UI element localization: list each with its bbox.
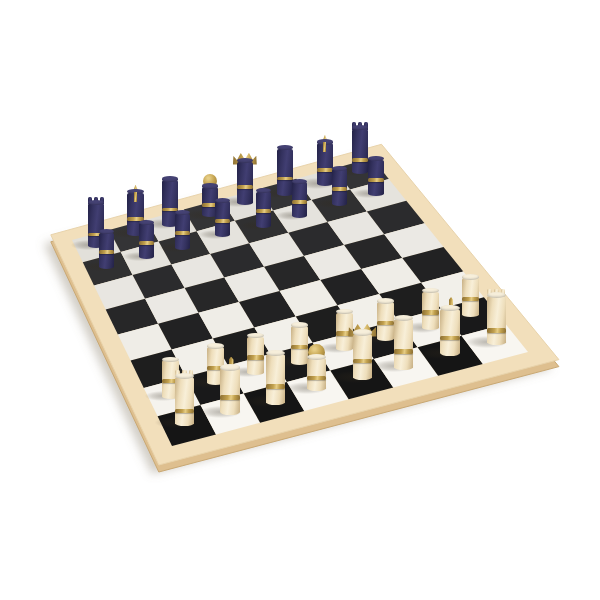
gold-front-strip [323, 142, 326, 152]
cylinder-body [332, 168, 347, 205]
cylinder-top [99, 229, 114, 234]
gold-ring [220, 395, 239, 400]
piece-black-pawn-h7 [364, 159, 388, 196]
cylinder-top [215, 198, 230, 203]
cylinder-top [162, 357, 179, 362]
cylinder-top [292, 179, 307, 184]
gold-ring [353, 359, 372, 364]
gold-ring [368, 178, 383, 182]
cylinder-top [336, 309, 353, 314]
gold-ring [139, 241, 154, 245]
piece-black-pawn-a7 [94, 232, 118, 269]
cylinder-top [237, 158, 253, 163]
piece-white-knight-b1 [215, 357, 246, 416]
gold-ring [440, 336, 460, 341]
cylinder-top [368, 156, 383, 161]
cylinder-top [353, 329, 372, 335]
gold-ring [175, 231, 190, 235]
cylinder-top [88, 200, 104, 205]
cylinder-top [332, 166, 347, 171]
piece-black-pawn-f7 [287, 181, 311, 218]
piece-white-knight-g1 [434, 297, 465, 356]
cylinder-top [175, 210, 190, 215]
piece-white-rook-h1 [481, 289, 512, 345]
gold-ring [99, 250, 114, 254]
cylinder-top [266, 350, 285, 356]
piece-white-rook-a1 [169, 370, 200, 426]
piece-black-pawn-b7 [135, 222, 159, 259]
cylinder-body [440, 308, 460, 356]
gold-ring [215, 219, 230, 223]
gold-ring [237, 185, 253, 189]
gold-ring [332, 187, 347, 191]
cylinder-top [291, 322, 308, 327]
cylinder-body [99, 232, 114, 269]
cylinder-body [353, 333, 372, 381]
gold-ring [307, 376, 326, 381]
cylinder-top [277, 145, 293, 150]
cylinder-top [422, 288, 439, 293]
cylinder-top [175, 373, 194, 379]
gold-ring [256, 209, 271, 213]
gold-ring [487, 328, 507, 333]
cylinder-top [352, 125, 369, 130]
cylinder-body [220, 367, 239, 415]
piece-black-pawn-c7 [170, 213, 194, 250]
pieces-layer [0, 0, 600, 600]
gold-ring [277, 177, 293, 181]
cylinder-top [377, 298, 394, 303]
piece-white-king-e1 [347, 324, 378, 381]
cylinder-top [207, 343, 224, 348]
cylinder-top [247, 333, 264, 338]
gold-ring [266, 384, 285, 389]
gold-ring [175, 409, 194, 414]
cylinder-body [139, 222, 154, 259]
cylinder-top [139, 220, 154, 225]
cylinder-top [462, 274, 479, 279]
gold-ring [292, 200, 307, 204]
cylinder-top [162, 176, 178, 181]
cylinder-body [175, 213, 190, 250]
piece-black-pawn-e7 [251, 191, 275, 228]
gold-front-strip [134, 192, 137, 202]
gold-ring [394, 349, 413, 354]
piece-black-pawn-d7 [211, 200, 235, 237]
piece-black-pawn-g7 [328, 168, 352, 205]
cylinder-top [256, 188, 271, 193]
cylinder-top [307, 354, 326, 360]
cylinder-top [487, 292, 507, 298]
cylinder-body [487, 295, 507, 345]
cylinder-body [175, 376, 194, 426]
cylinder-top [394, 315, 413, 321]
piece-white-bishop-c1 [260, 353, 291, 405]
cylinder-body [368, 159, 383, 196]
cylinder-top [220, 364, 239, 370]
cylinder-body [307, 357, 326, 391]
cylinder-top [440, 305, 460, 311]
cylinder-body [256, 191, 271, 228]
cylinder-body [292, 181, 307, 218]
cylinder-body [215, 200, 230, 237]
cylinder-body [266, 353, 285, 405]
piece-white-bishop-f1 [388, 318, 419, 370]
cylinder-body [394, 318, 413, 370]
chess-set-product-photo [0, 0, 600, 600]
piece-white-queen-d1 [301, 344, 332, 391]
cylinder-top [202, 183, 218, 188]
